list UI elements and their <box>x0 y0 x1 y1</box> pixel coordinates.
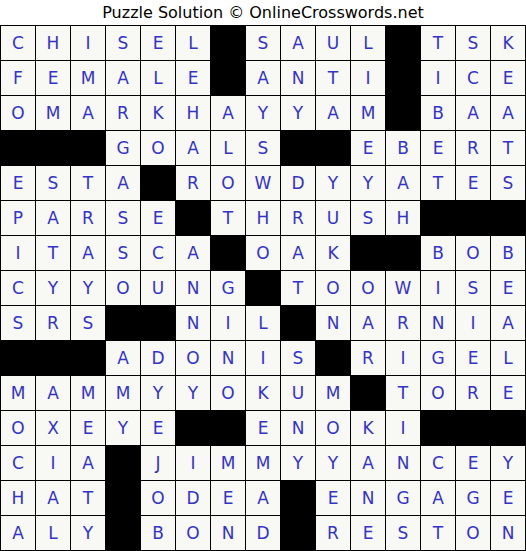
cell-r15c6: O <box>176 516 211 551</box>
cell-r5c4: A <box>106 166 141 201</box>
cell-r6c13 <box>421 201 456 236</box>
cell-r13c2: I <box>36 446 71 481</box>
cell-r12c12: I <box>386 411 421 446</box>
cell-r10c14: E <box>456 341 491 376</box>
cell-r7c11 <box>351 236 386 271</box>
cell-r4c5: O <box>141 131 176 166</box>
cell-r10c2 <box>36 341 71 376</box>
cell-r9c2: R <box>36 306 71 341</box>
cell-r5c5 <box>141 166 176 201</box>
cell-r2c5: L <box>141 61 176 96</box>
cell-r4c15: T <box>491 131 526 166</box>
cell-r11c11 <box>351 376 386 411</box>
cell-r8c7: G <box>211 271 246 306</box>
cell-r1c3: I <box>71 26 106 61</box>
cell-r8c8 <box>246 271 281 306</box>
cell-r4c6: A <box>176 131 211 166</box>
cell-r10c8: I <box>246 341 281 376</box>
cell-r9c7: I <box>211 306 246 341</box>
cell-r7c15: B <box>491 236 526 271</box>
cell-r8c4: O <box>106 271 141 306</box>
cell-r9c9 <box>281 306 316 341</box>
cell-r14c14: G <box>456 481 491 516</box>
cell-r13c1: C <box>1 446 36 481</box>
cell-r7c10: K <box>316 236 351 271</box>
cell-r7c5: C <box>141 236 176 271</box>
cell-r13c5: J <box>141 446 176 481</box>
cell-r2c9: N <box>281 61 316 96</box>
cell-r5c1: E <box>1 166 36 201</box>
cell-r1c2: H <box>36 26 71 61</box>
cell-r10c5: D <box>141 341 176 376</box>
cell-r1c1: C <box>1 26 36 61</box>
cell-r6c12: H <box>386 201 421 236</box>
cell-r3c4: R <box>106 96 141 131</box>
cell-r4c9 <box>281 131 316 166</box>
cell-r4c8: S <box>246 131 281 166</box>
cell-r15c11: E <box>351 516 386 551</box>
cell-r9c4 <box>106 306 141 341</box>
cell-r15c5: B <box>141 516 176 551</box>
cell-r6c6 <box>176 201 211 236</box>
cell-r11c15: E <box>491 376 526 411</box>
cell-r4c10 <box>316 131 351 166</box>
cell-r13c7: M <box>211 446 246 481</box>
puzzle-title: Puzzle Solution © OnlineCrosswords.net <box>0 0 526 25</box>
cell-r8c10: O <box>316 271 351 306</box>
cell-r11c8: K <box>246 376 281 411</box>
cell-r9c12: R <box>386 306 421 341</box>
cell-r5c6: R <box>176 166 211 201</box>
cell-r11c2: A <box>36 376 71 411</box>
cell-r15c7: N <box>211 516 246 551</box>
cell-r9c5 <box>141 306 176 341</box>
cell-r6c7: T <box>211 201 246 236</box>
cell-r11c9: U <box>281 376 316 411</box>
cell-r10c13: G <box>421 341 456 376</box>
cell-r4c7: L <box>211 131 246 166</box>
cell-r2c2: E <box>36 61 71 96</box>
cell-r9c11: A <box>351 306 386 341</box>
cell-r3c10: A <box>316 96 351 131</box>
cell-r12c14 <box>456 411 491 446</box>
cell-r1c15: K <box>491 26 526 61</box>
cell-r12c4: Y <box>106 411 141 446</box>
cell-r10c6: O <box>176 341 211 376</box>
cell-r2c14: C <box>456 61 491 96</box>
cell-r13c14: E <box>456 446 491 481</box>
cell-r10c7: N <box>211 341 246 376</box>
cell-r5c2: S <box>36 166 71 201</box>
cell-r3c15: A <box>491 96 526 131</box>
cell-r6c5: E <box>141 201 176 236</box>
cell-r3c12 <box>386 96 421 131</box>
cell-r8c15: E <box>491 271 526 306</box>
cell-r12c11: K <box>351 411 386 446</box>
cell-r6c15 <box>491 201 526 236</box>
cell-r6c3: R <box>71 201 106 236</box>
cell-r4c1 <box>1 131 36 166</box>
cell-r14c6: D <box>176 481 211 516</box>
cell-r15c13: T <box>421 516 456 551</box>
cell-r6c11: S <box>351 201 386 236</box>
cell-r3c11: M <box>351 96 386 131</box>
cell-r14c4 <box>106 481 141 516</box>
cell-r9c1: S <box>1 306 36 341</box>
cell-r6c8: H <box>246 201 281 236</box>
cell-r7c4: S <box>106 236 141 271</box>
cell-r9c6: N <box>176 306 211 341</box>
cell-r14c10: E <box>316 481 351 516</box>
cell-r8c6: N <box>176 271 211 306</box>
cell-r12c13 <box>421 411 456 446</box>
cell-r4c3 <box>71 131 106 166</box>
cell-r15c8: D <box>246 516 281 551</box>
cell-r12c2: X <box>36 411 71 446</box>
cell-r2c6: E <box>176 61 211 96</box>
cell-r8c2: Y <box>36 271 71 306</box>
cell-r11c14: R <box>456 376 491 411</box>
cell-r13c9: Y <box>281 446 316 481</box>
cell-r1c7 <box>211 26 246 61</box>
cell-r15c1: A <box>1 516 36 551</box>
cell-r5c10: Y <box>316 166 351 201</box>
cell-r6c4: S <box>106 201 141 236</box>
cell-r14c9 <box>281 481 316 516</box>
cell-r3c14: A <box>456 96 491 131</box>
cell-r12c10: O <box>316 411 351 446</box>
cell-r9c8: L <box>246 306 281 341</box>
cell-r2c4: A <box>106 61 141 96</box>
cell-r1c10: U <box>316 26 351 61</box>
cell-r10c10 <box>316 341 351 376</box>
cell-r1c6: L <box>176 26 211 61</box>
cell-r12c9: N <box>281 411 316 446</box>
crossword-grid: CHISELSAULTSKFEMALEANTIICEOMARKHAYYAMBAA… <box>0 25 526 551</box>
cell-r8c5: U <box>141 271 176 306</box>
cell-r15c15: N <box>491 516 526 551</box>
cell-r9c15: A <box>491 306 526 341</box>
cell-r14c15: E <box>491 481 526 516</box>
cell-r5c8: W <box>246 166 281 201</box>
cell-r4c4: G <box>106 131 141 166</box>
cell-r13c12: N <box>386 446 421 481</box>
cell-r1c12 <box>386 26 421 61</box>
cell-r6c2: A <box>36 201 71 236</box>
cell-r14c5: O <box>141 481 176 516</box>
cell-r4c2 <box>36 131 71 166</box>
cell-r14c13: A <box>421 481 456 516</box>
cell-r8c11: O <box>351 271 386 306</box>
cell-r11c13: O <box>421 376 456 411</box>
cell-r15c9 <box>281 516 316 551</box>
cell-r12c5: E <box>141 411 176 446</box>
cell-r12c15 <box>491 411 526 446</box>
cell-r8c12: W <box>386 271 421 306</box>
cell-r13c3: A <box>71 446 106 481</box>
cell-r3c6: H <box>176 96 211 131</box>
cell-r11c1: M <box>1 376 36 411</box>
cell-r14c1: H <box>1 481 36 516</box>
cell-r6c14 <box>456 201 491 236</box>
cell-r8c3: Y <box>71 271 106 306</box>
cell-r7c8: O <box>246 236 281 271</box>
cell-r10c3 <box>71 341 106 376</box>
cell-r11c12: T <box>386 376 421 411</box>
cell-r3c7: A <box>211 96 246 131</box>
cell-r7c13: B <box>421 236 456 271</box>
cell-r14c11: N <box>351 481 386 516</box>
cell-r11c7: O <box>211 376 246 411</box>
cell-r3c8: Y <box>246 96 281 131</box>
cell-r13c4 <box>106 446 141 481</box>
cell-r9c14: I <box>456 306 491 341</box>
cell-r12c6 <box>176 411 211 446</box>
cell-r4c13: E <box>421 131 456 166</box>
cell-r1c9: A <box>281 26 316 61</box>
cell-r4c12: B <box>386 131 421 166</box>
cell-r12c1: O <box>1 411 36 446</box>
cell-r11c6: Y <box>176 376 211 411</box>
cell-r5c14: E <box>456 166 491 201</box>
cell-r5c3: T <box>71 166 106 201</box>
cell-r11c5: Y <box>141 376 176 411</box>
cell-r2c1: F <box>1 61 36 96</box>
cell-r3c1: O <box>1 96 36 131</box>
cell-r11c10: M <box>316 376 351 411</box>
cell-r2c15: E <box>491 61 526 96</box>
cell-r13c15: Y <box>491 446 526 481</box>
cell-r2c3: M <box>71 61 106 96</box>
cell-r10c12: I <box>386 341 421 376</box>
cell-r4c14: R <box>456 131 491 166</box>
cell-r12c8: E <box>246 411 281 446</box>
cell-r5c9: D <box>281 166 316 201</box>
cell-r11c4: M <box>106 376 141 411</box>
cell-r7c2: T <box>36 236 71 271</box>
cell-r9c10: N <box>316 306 351 341</box>
cell-r5c12: A <box>386 166 421 201</box>
cell-r12c3: E <box>71 411 106 446</box>
cell-r7c6: A <box>176 236 211 271</box>
cell-r8c1: C <box>1 271 36 306</box>
cell-r13c6: I <box>176 446 211 481</box>
cell-r2c8: A <box>246 61 281 96</box>
puzzle-solution-image: Puzzle Solution © OnlineCrosswords.net C… <box>0 0 526 551</box>
cell-r15c4 <box>106 516 141 551</box>
cell-r15c12: S <box>386 516 421 551</box>
cell-r10c1 <box>1 341 36 376</box>
cell-r9c13: N <box>421 306 456 341</box>
cell-r10c4: A <box>106 341 141 376</box>
cell-r7c1: I <box>1 236 36 271</box>
cell-r7c7 <box>211 236 246 271</box>
cell-r5c11: Y <box>351 166 386 201</box>
cell-r7c3: A <box>71 236 106 271</box>
cell-r1c5: E <box>141 26 176 61</box>
cell-r12c7 <box>211 411 246 446</box>
cell-r6c1: P <box>1 201 36 236</box>
cell-r13c13: C <box>421 446 456 481</box>
cell-r11c3: M <box>71 376 106 411</box>
cell-r14c2: A <box>36 481 71 516</box>
cell-r10c11: R <box>351 341 386 376</box>
cell-r8c14: S <box>456 271 491 306</box>
cell-r2c13: I <box>421 61 456 96</box>
cell-r10c15: L <box>491 341 526 376</box>
cell-r2c12 <box>386 61 421 96</box>
cell-r10c9: S <box>281 341 316 376</box>
cell-r9c3: S <box>71 306 106 341</box>
cell-r6c9: R <box>281 201 316 236</box>
cell-r3c5: K <box>141 96 176 131</box>
cell-r6c10: U <box>316 201 351 236</box>
cell-r1c8: S <box>246 26 281 61</box>
cell-r14c12: G <box>386 481 421 516</box>
cell-r14c8: A <box>246 481 281 516</box>
cell-r15c14: O <box>456 516 491 551</box>
cell-r1c4: S <box>106 26 141 61</box>
cell-r5c15: S <box>491 166 526 201</box>
cell-r13c10: Y <box>316 446 351 481</box>
cell-r7c12 <box>386 236 421 271</box>
cell-r2c11: I <box>351 61 386 96</box>
cell-r14c7: E <box>211 481 246 516</box>
cell-r7c9: A <box>281 236 316 271</box>
cell-r13c8: M <box>246 446 281 481</box>
cell-r3c9: Y <box>281 96 316 131</box>
cell-r14c3: T <box>71 481 106 516</box>
cell-r13c11: A <box>351 446 386 481</box>
cell-r15c10: R <box>316 516 351 551</box>
cell-r5c7: O <box>211 166 246 201</box>
cell-r15c3: Y <box>71 516 106 551</box>
cell-r8c13: I <box>421 271 456 306</box>
cell-r3c13: B <box>421 96 456 131</box>
cell-r15c2: L <box>36 516 71 551</box>
cell-r3c3: A <box>71 96 106 131</box>
cell-r1c14: S <box>456 26 491 61</box>
cell-r1c13: T <box>421 26 456 61</box>
cell-r2c10: T <box>316 61 351 96</box>
cell-r3c2: M <box>36 96 71 131</box>
cell-r8c9: T <box>281 271 316 306</box>
cell-r2c7 <box>211 61 246 96</box>
cell-r5c13: T <box>421 166 456 201</box>
cell-r4c11: E <box>351 131 386 166</box>
cell-r7c14: O <box>456 236 491 271</box>
cell-r1c11: L <box>351 26 386 61</box>
